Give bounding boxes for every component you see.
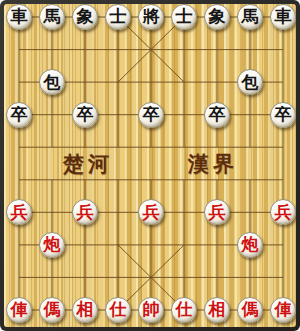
piece-black-soldier[interactable]: 卒	[6, 102, 32, 128]
piece-red-advisor[interactable]: 仕	[171, 297, 197, 323]
piece-red-soldier[interactable]: 兵	[204, 199, 230, 225]
piece-black-soldier[interactable]: 卒	[72, 102, 98, 128]
piece-red-chariot[interactable]: 俥	[270, 297, 296, 323]
piece-red-soldier[interactable]: 兵	[138, 199, 164, 225]
piece-black-cannon[interactable]: 包	[237, 69, 263, 95]
piece-red-horse[interactable]: 傌	[39, 297, 65, 323]
piece-red-soldier[interactable]: 兵	[270, 199, 296, 225]
piece-red-cannon[interactable]: 炮	[237, 232, 263, 258]
piece-red-chariot[interactable]: 俥	[6, 297, 32, 323]
piece-black-chariot[interactable]: 車	[6, 4, 32, 30]
piece-red-horse[interactable]: 傌	[237, 297, 263, 323]
piece-black-chariot[interactable]: 車	[270, 4, 296, 30]
piece-black-soldier[interactable]: 卒	[138, 102, 164, 128]
piece-black-elephant[interactable]: 象	[72, 4, 98, 30]
piece-red-cannon[interactable]: 炮	[39, 232, 65, 258]
piece-black-horse[interactable]: 馬	[39, 4, 65, 30]
piece-layer: 車馬象士將士象馬車包包卒卒卒卒卒兵兵兵兵兵炮炮俥傌相仕帥仕相傌俥	[4, 4, 296, 326]
piece-red-elephant[interactable]: 相	[72, 297, 98, 323]
piece-black-soldier[interactable]: 卒	[270, 102, 296, 128]
xiangqi-board[interactable]: 楚河 漢界 車馬象士將士象馬車包包卒卒卒卒卒兵兵兵兵兵炮炮俥傌相仕帥仕相傌俥	[4, 4, 296, 327]
piece-black-soldier[interactable]: 卒	[204, 102, 230, 128]
piece-red-advisor[interactable]: 仕	[105, 297, 131, 323]
piece-red-general[interactable]: 帥	[138, 297, 164, 323]
piece-black-cannon[interactable]: 包	[39, 69, 65, 95]
board-frame: 楚河 漢界 車馬象士將士象馬車包包卒卒卒卒卒兵兵兵兵兵炮炮俥傌相仕帥仕相傌俥	[0, 0, 300, 331]
piece-black-horse[interactable]: 馬	[237, 4, 263, 30]
piece-red-soldier[interactable]: 兵	[6, 199, 32, 225]
piece-red-elephant[interactable]: 相	[204, 297, 230, 323]
piece-red-soldier[interactable]: 兵	[72, 199, 98, 225]
piece-black-general[interactable]: 將	[138, 4, 164, 30]
piece-black-advisor[interactable]: 士	[171, 4, 197, 30]
piece-black-advisor[interactable]: 士	[105, 4, 131, 30]
piece-black-elephant[interactable]: 象	[204, 4, 230, 30]
